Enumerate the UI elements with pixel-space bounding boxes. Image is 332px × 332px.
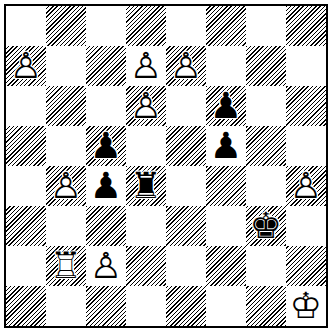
square-h1[interactable]: ♚♔ (286, 286, 326, 326)
square-e5[interactable] (166, 126, 206, 166)
square-h6[interactable] (286, 86, 326, 126)
square-g7[interactable] (246, 46, 286, 86)
square-h7[interactable] (286, 46, 326, 86)
square-f6[interactable]: ♟ (206, 86, 246, 126)
square-e3[interactable] (166, 206, 206, 246)
square-c4[interactable]: ♟ (86, 166, 126, 206)
square-d4[interactable]: ♜ (126, 166, 166, 206)
square-a2[interactable] (6, 246, 46, 286)
square-c8[interactable] (86, 6, 126, 46)
chess-diagram: ♟♙♟♙♟♙♟♙♟♟♟♟♙♟♜♟♙♚♜♖♟♙♚♔ (0, 0, 332, 332)
square-c1[interactable] (86, 286, 126, 326)
square-f5[interactable]: ♟ (206, 126, 246, 166)
square-g1[interactable] (246, 286, 286, 326)
square-b8[interactable] (46, 6, 86, 46)
square-c2[interactable]: ♟♙ (86, 246, 126, 286)
square-f7[interactable] (206, 46, 246, 86)
board: ♟♙♟♙♟♙♟♙♟♟♟♟♙♟♜♟♙♚♜♖♟♙♚♔ (4, 4, 328, 328)
square-f4[interactable] (206, 166, 246, 206)
square-b1[interactable] (46, 286, 86, 326)
square-h8[interactable] (286, 6, 326, 46)
white-pawn-outline: ♙ (86, 246, 126, 286)
piece-white-pawn-h4[interactable]: ♟♙ (286, 166, 326, 206)
square-d6[interactable]: ♟♙ (126, 86, 166, 126)
square-e7[interactable]: ♟♙ (166, 46, 206, 86)
square-g3[interactable]: ♚ (246, 206, 286, 246)
white-pawn-outline: ♙ (126, 46, 166, 86)
square-a5[interactable] (6, 126, 46, 166)
square-a6[interactable] (6, 86, 46, 126)
square-e6[interactable] (166, 86, 206, 126)
piece-black-rook-d4[interactable]: ♜ (126, 166, 166, 206)
square-d3[interactable] (126, 206, 166, 246)
piece-white-king-h1[interactable]: ♚♔ (286, 286, 326, 326)
square-c5[interactable]: ♟ (86, 126, 126, 166)
square-g4[interactable] (246, 166, 286, 206)
square-f3[interactable] (206, 206, 246, 246)
square-a1[interactable] (6, 286, 46, 326)
square-d2[interactable] (126, 246, 166, 286)
piece-white-pawn-d6[interactable]: ♟♙ (126, 86, 166, 126)
square-e2[interactable] (166, 246, 206, 286)
square-h4[interactable]: ♟♙ (286, 166, 326, 206)
square-e1[interactable] (166, 286, 206, 326)
black-pawn-glyph: ♟ (86, 166, 126, 206)
square-g8[interactable] (246, 6, 286, 46)
piece-black-pawn-f6[interactable]: ♟ (206, 86, 246, 126)
square-h2[interactable] (286, 246, 326, 286)
square-c6[interactable] (86, 86, 126, 126)
square-a4[interactable] (6, 166, 46, 206)
square-g5[interactable] (246, 126, 286, 166)
square-f1[interactable] (206, 286, 246, 326)
square-f2[interactable] (206, 246, 246, 286)
square-a7[interactable]: ♟♙ (6, 46, 46, 86)
square-a3[interactable] (6, 206, 46, 246)
square-h5[interactable] (286, 126, 326, 166)
piece-black-pawn-c5[interactable]: ♟ (86, 126, 126, 166)
square-d5[interactable] (126, 126, 166, 166)
square-e4[interactable] (166, 166, 206, 206)
piece-white-pawn-d7[interactable]: ♟♙ (126, 46, 166, 86)
square-b5[interactable] (46, 126, 86, 166)
square-d1[interactable] (126, 286, 166, 326)
black-king-glyph: ♚ (246, 206, 286, 246)
white-pawn-outline: ♙ (166, 46, 206, 86)
square-b7[interactable] (46, 46, 86, 86)
black-pawn-glyph: ♟ (206, 86, 246, 126)
black-pawn-glyph: ♟ (206, 126, 246, 166)
black-pawn-glyph: ♟ (86, 126, 126, 166)
white-pawn-outline: ♙ (46, 166, 86, 206)
piece-black-king-g3[interactable]: ♚ (246, 206, 286, 246)
square-b6[interactable] (46, 86, 86, 126)
piece-white-rook-b2[interactable]: ♜♖ (46, 246, 86, 286)
square-b3[interactable] (46, 206, 86, 246)
square-b2[interactable]: ♜♖ (46, 246, 86, 286)
black-rook-glyph: ♜ (126, 166, 166, 206)
piece-black-pawn-c4[interactable]: ♟ (86, 166, 126, 206)
piece-white-pawn-c2[interactable]: ♟♙ (86, 246, 126, 286)
square-f8[interactable] (206, 6, 246, 46)
square-d8[interactable] (126, 6, 166, 46)
square-d7[interactable]: ♟♙ (126, 46, 166, 86)
white-king-outline: ♔ (286, 286, 326, 326)
white-pawn-outline: ♙ (286, 166, 326, 206)
square-c7[interactable] (86, 46, 126, 86)
piece-black-pawn-f5[interactable]: ♟ (206, 126, 246, 166)
square-g2[interactable] (246, 246, 286, 286)
piece-white-pawn-b4[interactable]: ♟♙ (46, 166, 86, 206)
square-a8[interactable] (6, 6, 46, 46)
piece-white-pawn-e7[interactable]: ♟♙ (166, 46, 206, 86)
square-g6[interactable] (246, 86, 286, 126)
white-pawn-outline: ♙ (6, 46, 46, 86)
piece-white-pawn-a7[interactable]: ♟♙ (6, 46, 46, 86)
white-pawn-outline: ♙ (126, 86, 166, 126)
square-c3[interactable] (86, 206, 126, 246)
square-b4[interactable]: ♟♙ (46, 166, 86, 206)
white-rook-outline: ♖ (46, 246, 86, 286)
square-e8[interactable] (166, 6, 206, 46)
square-h3[interactable] (286, 206, 326, 246)
